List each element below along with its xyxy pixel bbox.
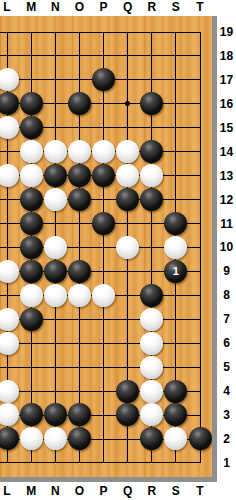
row-label-14: 14 xyxy=(217,145,236,159)
stone-white-P8[interactable] xyxy=(92,284,115,307)
stone-black-P11[interactable] xyxy=(92,212,115,235)
stone-black-L16[interactable] xyxy=(0,92,19,115)
column-label-top-L: L xyxy=(0,0,16,15)
stone-black-R2[interactable] xyxy=(140,427,163,450)
column-label-bottom-Q: Q xyxy=(119,484,137,499)
stone-white-N8[interactable] xyxy=(44,284,67,307)
stone-white-M13[interactable] xyxy=(20,164,43,187)
go-board-screenshot: LMNOPQRST 1 1918171615141312111098765432… xyxy=(0,0,236,500)
row-label-7: 7 xyxy=(217,312,236,326)
column-label-top-R: R xyxy=(143,0,161,15)
row-label-10: 10 xyxy=(217,240,236,254)
stone-black-O9[interactable] xyxy=(68,260,91,283)
column-label-bottom-S: S xyxy=(167,484,185,499)
stone-white-R5[interactable] xyxy=(140,356,163,379)
column-label-top-O: O xyxy=(70,0,88,15)
stone-black-O3[interactable] xyxy=(68,403,91,426)
stone-black-M10[interactable] xyxy=(20,236,43,259)
stone-white-L17[interactable] xyxy=(0,68,19,91)
stone-white-M14[interactable] xyxy=(20,140,43,163)
stone-white-Q10[interactable] xyxy=(116,236,139,259)
column-labels-bottom: LMNOPQRST xyxy=(0,482,236,500)
stone-white-N2[interactable] xyxy=(44,427,67,450)
stone-black-Q3[interactable] xyxy=(116,403,139,426)
stone-black-S11[interactable] xyxy=(164,212,187,235)
stone-white-S2[interactable] xyxy=(164,427,187,450)
row-label-12: 12 xyxy=(217,193,236,207)
stone-white-Q14[interactable] xyxy=(116,140,139,163)
stone-white-R3[interactable] xyxy=(140,403,163,426)
star-point-Q16 xyxy=(125,101,130,106)
stone-black-Q4[interactable] xyxy=(116,380,139,403)
stone-white-O8[interactable] xyxy=(68,284,91,307)
stones-layer: 1 xyxy=(0,20,212,475)
row-label-19: 19 xyxy=(217,25,236,39)
stone-white-L15[interactable] xyxy=(0,116,19,139)
stone-black-O16[interactable] xyxy=(68,92,91,115)
row-label-3: 3 xyxy=(217,408,236,422)
row-label-6: 6 xyxy=(217,336,236,350)
stone-black-R8[interactable] xyxy=(140,284,163,307)
column-label-top-P: P xyxy=(95,0,113,15)
stone-black-O13[interactable] xyxy=(68,164,91,187)
go-board[interactable]: 1 xyxy=(0,16,212,477)
stone-white-Q13[interactable] xyxy=(116,164,139,187)
row-label-1: 1 xyxy=(217,456,236,470)
stone-white-L3[interactable] xyxy=(0,403,19,426)
row-labels-right: 19181716151413121110987654321 xyxy=(217,16,236,477)
row-label-5: 5 xyxy=(217,360,236,374)
move-number-label: 1 xyxy=(173,266,179,277)
column-label-top-Q: Q xyxy=(119,0,137,15)
stone-white-L9[interactable] xyxy=(0,260,19,283)
stone-black-P13[interactable] xyxy=(92,164,115,187)
row-label-2: 2 xyxy=(217,432,236,446)
stone-black-N13[interactable] xyxy=(44,164,67,187)
stone-white-N10[interactable] xyxy=(44,236,67,259)
column-label-bottom-R: R xyxy=(143,484,161,499)
stone-black-T2[interactable] xyxy=(189,427,212,450)
stone-black-N3[interactable] xyxy=(44,403,67,426)
stone-black-O12[interactable] xyxy=(68,188,91,211)
stone-black-O2[interactable] xyxy=(68,427,91,450)
row-label-15: 15 xyxy=(217,121,236,135)
stone-white-N12[interactable] xyxy=(44,188,67,211)
stone-white-R6[interactable] xyxy=(140,332,163,355)
stone-white-S10[interactable] xyxy=(164,236,187,259)
column-label-top-N: N xyxy=(46,0,64,15)
stone-white-M2[interactable] xyxy=(20,427,43,450)
row-label-16: 16 xyxy=(217,97,236,111)
column-labels-top: LMNOPQRST xyxy=(0,0,236,16)
stone-black-S9[interactable]: 1 xyxy=(164,260,187,283)
stone-white-O14[interactable] xyxy=(68,140,91,163)
row-label-8: 8 xyxy=(217,288,236,302)
stone-white-L13[interactable] xyxy=(0,164,19,187)
stone-black-S3[interactable] xyxy=(164,403,187,426)
column-label-bottom-M: M xyxy=(22,484,40,499)
stone-white-R13[interactable] xyxy=(140,164,163,187)
stone-black-L2[interactable] xyxy=(0,427,19,450)
stone-white-L6[interactable] xyxy=(0,332,19,355)
column-label-top-M: M xyxy=(22,0,40,15)
stone-black-R16[interactable] xyxy=(140,92,163,115)
row-label-17: 17 xyxy=(217,73,236,87)
stone-black-M12[interactable] xyxy=(20,188,43,211)
row-label-11: 11 xyxy=(217,217,236,231)
stone-white-L7[interactable] xyxy=(0,308,19,331)
column-label-top-S: S xyxy=(167,0,185,15)
stone-black-N9[interactable] xyxy=(44,260,67,283)
stone-black-S4[interactable] xyxy=(164,380,187,403)
stone-black-P17[interactable] xyxy=(92,68,115,91)
stone-black-M9[interactable] xyxy=(20,260,43,283)
stone-white-M8[interactable] xyxy=(20,284,43,307)
stone-white-P14[interactable] xyxy=(92,140,115,163)
stone-black-R14[interactable] xyxy=(140,140,163,163)
column-label-top-T: T xyxy=(191,0,209,15)
stone-black-M3[interactable] xyxy=(20,403,43,426)
column-label-bottom-P: P xyxy=(95,484,113,499)
column-label-bottom-N: N xyxy=(46,484,64,499)
stone-black-Q12[interactable] xyxy=(116,188,139,211)
stone-black-M15[interactable] xyxy=(20,116,43,139)
stone-white-N14[interactable] xyxy=(44,140,67,163)
stone-black-R12[interactable] xyxy=(140,188,163,211)
row-label-4: 4 xyxy=(217,384,236,398)
column-label-bottom-O: O xyxy=(70,484,88,499)
row-label-13: 13 xyxy=(217,169,236,183)
row-label-18: 18 xyxy=(217,49,236,63)
stone-black-M16[interactable] xyxy=(20,92,43,115)
column-label-bottom-L: L xyxy=(0,484,16,499)
row-label-9: 9 xyxy=(217,264,236,278)
stone-white-R7[interactable] xyxy=(140,308,163,331)
stone-white-L4[interactable] xyxy=(0,380,19,403)
stone-black-M11[interactable] xyxy=(20,212,43,235)
stone-black-M7[interactable] xyxy=(20,308,43,331)
column-label-bottom-T: T xyxy=(191,484,209,499)
stone-white-R4[interactable] xyxy=(140,380,163,403)
